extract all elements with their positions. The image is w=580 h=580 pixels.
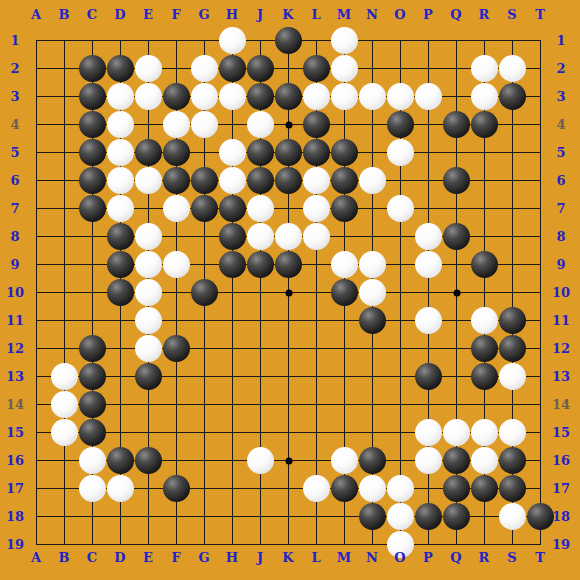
intersection-L16[interactable] <box>302 446 330 474</box>
intersection-J9[interactable] <box>246 250 274 278</box>
intersection-D13[interactable] <box>106 362 134 390</box>
intersection-J5[interactable] <box>246 138 274 166</box>
intersection-N8[interactable] <box>358 222 386 250</box>
intersection-K19[interactable] <box>274 530 302 558</box>
intersection-H19[interactable] <box>218 530 246 558</box>
intersection-B5[interactable] <box>50 138 78 166</box>
intersection-P11[interactable] <box>414 306 442 334</box>
intersection-N1[interactable] <box>358 26 386 54</box>
intersection-L3[interactable] <box>302 82 330 110</box>
intersection-O7[interactable] <box>386 194 414 222</box>
intersection-P1[interactable] <box>414 26 442 54</box>
intersection-F11[interactable] <box>162 306 190 334</box>
intersection-B11[interactable] <box>50 306 78 334</box>
intersection-F4[interactable] <box>162 110 190 138</box>
intersection-M1[interactable] <box>330 26 358 54</box>
intersection-R10[interactable] <box>470 278 498 306</box>
intersection-H12[interactable] <box>218 334 246 362</box>
intersection-R8[interactable] <box>470 222 498 250</box>
intersection-M12[interactable] <box>330 334 358 362</box>
intersection-A8[interactable] <box>22 222 50 250</box>
intersection-S9[interactable] <box>498 250 526 278</box>
intersection-O1[interactable] <box>386 26 414 54</box>
intersection-B10[interactable] <box>50 278 78 306</box>
intersection-H8[interactable] <box>218 222 246 250</box>
intersection-L6[interactable] <box>302 166 330 194</box>
intersection-O3[interactable] <box>386 82 414 110</box>
intersection-K10[interactable] <box>274 278 302 306</box>
intersection-P9[interactable] <box>414 250 442 278</box>
intersection-R1[interactable] <box>470 26 498 54</box>
intersection-T8[interactable] <box>526 222 554 250</box>
intersection-N10[interactable] <box>358 278 386 306</box>
intersection-D16[interactable] <box>106 446 134 474</box>
intersection-T13[interactable] <box>526 362 554 390</box>
intersection-G6[interactable] <box>190 166 218 194</box>
intersection-K1[interactable] <box>274 26 302 54</box>
intersection-P8[interactable] <box>414 222 442 250</box>
intersection-F14[interactable] <box>162 390 190 418</box>
intersection-S7[interactable] <box>498 194 526 222</box>
intersection-R13[interactable] <box>470 362 498 390</box>
intersection-T6[interactable] <box>526 166 554 194</box>
intersection-G12[interactable] <box>190 334 218 362</box>
intersection-D5[interactable] <box>106 138 134 166</box>
intersection-E13[interactable] <box>134 362 162 390</box>
intersection-K7[interactable] <box>274 194 302 222</box>
intersection-C2[interactable] <box>78 54 106 82</box>
intersection-J11[interactable] <box>246 306 274 334</box>
intersection-G13[interactable] <box>190 362 218 390</box>
intersection-J4[interactable] <box>246 110 274 138</box>
intersection-Q11[interactable] <box>442 306 470 334</box>
intersection-K4[interactable] <box>274 110 302 138</box>
intersection-H5[interactable] <box>218 138 246 166</box>
intersection-C4[interactable] <box>78 110 106 138</box>
intersection-Q8[interactable] <box>442 222 470 250</box>
intersection-L1[interactable] <box>302 26 330 54</box>
intersection-Q18[interactable] <box>442 502 470 530</box>
intersection-G8[interactable] <box>190 222 218 250</box>
intersection-J12[interactable] <box>246 334 274 362</box>
intersection-L10[interactable] <box>302 278 330 306</box>
intersection-S18[interactable] <box>498 502 526 530</box>
intersection-C12[interactable] <box>78 334 106 362</box>
intersection-O14[interactable] <box>386 390 414 418</box>
intersection-A5[interactable] <box>22 138 50 166</box>
intersection-K13[interactable] <box>274 362 302 390</box>
intersection-N7[interactable] <box>358 194 386 222</box>
intersection-F8[interactable] <box>162 222 190 250</box>
intersection-M4[interactable] <box>330 110 358 138</box>
intersection-S14[interactable] <box>498 390 526 418</box>
intersection-R17[interactable] <box>470 474 498 502</box>
intersection-A7[interactable] <box>22 194 50 222</box>
intersection-F10[interactable] <box>162 278 190 306</box>
intersection-L15[interactable] <box>302 418 330 446</box>
intersection-T16[interactable] <box>526 446 554 474</box>
intersection-N16[interactable] <box>358 446 386 474</box>
intersection-M16[interactable] <box>330 446 358 474</box>
intersection-Q15[interactable] <box>442 418 470 446</box>
intersection-S2[interactable] <box>498 54 526 82</box>
intersection-G14[interactable] <box>190 390 218 418</box>
intersection-E14[interactable] <box>134 390 162 418</box>
intersection-F12[interactable] <box>162 334 190 362</box>
intersection-T2[interactable] <box>526 54 554 82</box>
intersection-T19[interactable] <box>526 530 554 558</box>
intersection-J7[interactable] <box>246 194 274 222</box>
intersection-T17[interactable] <box>526 474 554 502</box>
intersection-O5[interactable] <box>386 138 414 166</box>
intersection-K18[interactable] <box>274 502 302 530</box>
intersection-M13[interactable] <box>330 362 358 390</box>
intersection-K12[interactable] <box>274 334 302 362</box>
intersection-L13[interactable] <box>302 362 330 390</box>
intersection-L19[interactable] <box>302 530 330 558</box>
intersection-G10[interactable] <box>190 278 218 306</box>
intersection-L5[interactable] <box>302 138 330 166</box>
intersection-G18[interactable] <box>190 502 218 530</box>
intersection-P6[interactable] <box>414 166 442 194</box>
intersection-E15[interactable] <box>134 418 162 446</box>
intersection-O16[interactable] <box>386 446 414 474</box>
intersection-P15[interactable] <box>414 418 442 446</box>
intersection-A11[interactable] <box>22 306 50 334</box>
intersection-R12[interactable] <box>470 334 498 362</box>
intersection-S4[interactable] <box>498 110 526 138</box>
intersection-H3[interactable] <box>218 82 246 110</box>
intersection-J6[interactable] <box>246 166 274 194</box>
intersection-P18[interactable] <box>414 502 442 530</box>
intersection-Q16[interactable] <box>442 446 470 474</box>
intersection-S10[interactable] <box>498 278 526 306</box>
intersection-M9[interactable] <box>330 250 358 278</box>
intersection-B19[interactable] <box>50 530 78 558</box>
intersection-D17[interactable] <box>106 474 134 502</box>
intersection-O17[interactable] <box>386 474 414 502</box>
intersection-T15[interactable] <box>526 418 554 446</box>
intersection-C19[interactable] <box>78 530 106 558</box>
intersection-B13[interactable] <box>50 362 78 390</box>
intersection-C17[interactable] <box>78 474 106 502</box>
intersection-O6[interactable] <box>386 166 414 194</box>
intersection-C14[interactable] <box>78 390 106 418</box>
intersection-T3[interactable] <box>526 82 554 110</box>
intersection-R15[interactable] <box>470 418 498 446</box>
intersection-P19[interactable] <box>414 530 442 558</box>
intersection-O18[interactable] <box>386 502 414 530</box>
intersection-D10[interactable] <box>106 278 134 306</box>
intersection-A6[interactable] <box>22 166 50 194</box>
intersection-K8[interactable] <box>274 222 302 250</box>
intersection-M8[interactable] <box>330 222 358 250</box>
intersection-E7[interactable] <box>134 194 162 222</box>
intersection-M10[interactable] <box>330 278 358 306</box>
intersection-M7[interactable] <box>330 194 358 222</box>
intersection-E12[interactable] <box>134 334 162 362</box>
intersection-E6[interactable] <box>134 166 162 194</box>
intersection-H17[interactable] <box>218 474 246 502</box>
intersection-G4[interactable] <box>190 110 218 138</box>
intersection-J8[interactable] <box>246 222 274 250</box>
intersection-J1[interactable] <box>246 26 274 54</box>
intersection-C6[interactable] <box>78 166 106 194</box>
intersection-M15[interactable] <box>330 418 358 446</box>
intersection-S3[interactable] <box>498 82 526 110</box>
intersection-A15[interactable] <box>22 418 50 446</box>
intersection-O13[interactable] <box>386 362 414 390</box>
intersection-E1[interactable] <box>134 26 162 54</box>
intersection-E10[interactable] <box>134 278 162 306</box>
intersection-R6[interactable] <box>470 166 498 194</box>
intersection-G17[interactable] <box>190 474 218 502</box>
intersection-F1[interactable] <box>162 26 190 54</box>
intersection-H11[interactable] <box>218 306 246 334</box>
intersection-K14[interactable] <box>274 390 302 418</box>
intersection-E5[interactable] <box>134 138 162 166</box>
intersection-B2[interactable] <box>50 54 78 82</box>
intersection-H1[interactable] <box>218 26 246 54</box>
intersection-P3[interactable] <box>414 82 442 110</box>
intersection-D6[interactable] <box>106 166 134 194</box>
intersection-R19[interactable] <box>470 530 498 558</box>
intersection-S12[interactable] <box>498 334 526 362</box>
intersection-Q6[interactable] <box>442 166 470 194</box>
intersection-D3[interactable] <box>106 82 134 110</box>
intersection-G15[interactable] <box>190 418 218 446</box>
intersection-K9[interactable] <box>274 250 302 278</box>
intersection-G16[interactable] <box>190 446 218 474</box>
intersection-N18[interactable] <box>358 502 386 530</box>
intersection-C8[interactable] <box>78 222 106 250</box>
intersection-E11[interactable] <box>134 306 162 334</box>
intersection-R2[interactable] <box>470 54 498 82</box>
intersection-K15[interactable] <box>274 418 302 446</box>
intersection-G1[interactable] <box>190 26 218 54</box>
intersection-S6[interactable] <box>498 166 526 194</box>
intersection-C10[interactable] <box>78 278 106 306</box>
intersection-C16[interactable] <box>78 446 106 474</box>
intersection-T4[interactable] <box>526 110 554 138</box>
intersection-R3[interactable] <box>470 82 498 110</box>
intersection-Q2[interactable] <box>442 54 470 82</box>
intersection-N3[interactable] <box>358 82 386 110</box>
intersection-E3[interactable] <box>134 82 162 110</box>
intersection-C3[interactable] <box>78 82 106 110</box>
intersection-E18[interactable] <box>134 502 162 530</box>
intersection-B3[interactable] <box>50 82 78 110</box>
intersection-Q1[interactable] <box>442 26 470 54</box>
intersection-J15[interactable] <box>246 418 274 446</box>
intersection-P14[interactable] <box>414 390 442 418</box>
intersection-C18[interactable] <box>78 502 106 530</box>
intersection-J14[interactable] <box>246 390 274 418</box>
intersection-P5[interactable] <box>414 138 442 166</box>
intersection-H9[interactable] <box>218 250 246 278</box>
intersection-Q3[interactable] <box>442 82 470 110</box>
intersection-H18[interactable] <box>218 502 246 530</box>
intersection-N17[interactable] <box>358 474 386 502</box>
intersection-B12[interactable] <box>50 334 78 362</box>
intersection-O2[interactable] <box>386 54 414 82</box>
intersection-A18[interactable] <box>22 502 50 530</box>
intersection-C7[interactable] <box>78 194 106 222</box>
intersection-J3[interactable] <box>246 82 274 110</box>
intersection-D7[interactable] <box>106 194 134 222</box>
intersection-A2[interactable] <box>22 54 50 82</box>
intersection-O15[interactable] <box>386 418 414 446</box>
intersection-Q4[interactable] <box>442 110 470 138</box>
intersection-N5[interactable] <box>358 138 386 166</box>
intersection-F18[interactable] <box>162 502 190 530</box>
intersection-E19[interactable] <box>134 530 162 558</box>
intersection-S11[interactable] <box>498 306 526 334</box>
intersection-N19[interactable] <box>358 530 386 558</box>
intersection-A1[interactable] <box>22 26 50 54</box>
intersection-D18[interactable] <box>106 502 134 530</box>
intersection-N12[interactable] <box>358 334 386 362</box>
intersection-G5[interactable] <box>190 138 218 166</box>
intersection-F17[interactable] <box>162 474 190 502</box>
intersection-K5[interactable] <box>274 138 302 166</box>
intersection-B14[interactable] <box>50 390 78 418</box>
intersection-B8[interactable] <box>50 222 78 250</box>
intersection-D8[interactable] <box>106 222 134 250</box>
intersection-M14[interactable] <box>330 390 358 418</box>
intersection-L2[interactable] <box>302 54 330 82</box>
intersection-A10[interactable] <box>22 278 50 306</box>
intersection-F19[interactable] <box>162 530 190 558</box>
intersection-R14[interactable] <box>470 390 498 418</box>
intersection-O12[interactable] <box>386 334 414 362</box>
intersection-F5[interactable] <box>162 138 190 166</box>
intersection-B15[interactable] <box>50 418 78 446</box>
intersection-D12[interactable] <box>106 334 134 362</box>
intersection-H10[interactable] <box>218 278 246 306</box>
intersection-P2[interactable] <box>414 54 442 82</box>
intersection-A14[interactable] <box>22 390 50 418</box>
intersection-B17[interactable] <box>50 474 78 502</box>
intersection-R18[interactable] <box>470 502 498 530</box>
intersection-P10[interactable] <box>414 278 442 306</box>
intersection-R5[interactable] <box>470 138 498 166</box>
intersection-O8[interactable] <box>386 222 414 250</box>
intersection-D9[interactable] <box>106 250 134 278</box>
intersection-F9[interactable] <box>162 250 190 278</box>
intersection-P4[interactable] <box>414 110 442 138</box>
intersection-Q12[interactable] <box>442 334 470 362</box>
intersection-L17[interactable] <box>302 474 330 502</box>
intersection-O11[interactable] <box>386 306 414 334</box>
intersection-A16[interactable] <box>22 446 50 474</box>
intersection-O19[interactable] <box>386 530 414 558</box>
intersection-L11[interactable] <box>302 306 330 334</box>
intersection-F3[interactable] <box>162 82 190 110</box>
intersection-A17[interactable] <box>22 474 50 502</box>
intersection-C9[interactable] <box>78 250 106 278</box>
intersection-N13[interactable] <box>358 362 386 390</box>
intersection-Q19[interactable] <box>442 530 470 558</box>
intersection-P16[interactable] <box>414 446 442 474</box>
intersection-A13[interactable] <box>22 362 50 390</box>
intersection-G7[interactable] <box>190 194 218 222</box>
intersection-N9[interactable] <box>358 250 386 278</box>
intersection-E2[interactable] <box>134 54 162 82</box>
intersection-P12[interactable] <box>414 334 442 362</box>
intersection-R7[interactable] <box>470 194 498 222</box>
intersection-H14[interactable] <box>218 390 246 418</box>
intersection-G11[interactable] <box>190 306 218 334</box>
intersection-H13[interactable] <box>218 362 246 390</box>
intersection-S17[interactable] <box>498 474 526 502</box>
intersection-H16[interactable] <box>218 446 246 474</box>
intersection-D4[interactable] <box>106 110 134 138</box>
intersection-T11[interactable] <box>526 306 554 334</box>
intersection-A4[interactable] <box>22 110 50 138</box>
intersection-S16[interactable] <box>498 446 526 474</box>
intersection-B4[interactable] <box>50 110 78 138</box>
intersection-L9[interactable] <box>302 250 330 278</box>
intersection-P13[interactable] <box>414 362 442 390</box>
intersection-J18[interactable] <box>246 502 274 530</box>
intersection-R9[interactable] <box>470 250 498 278</box>
intersection-P17[interactable] <box>414 474 442 502</box>
intersection-D15[interactable] <box>106 418 134 446</box>
intersection-M17[interactable] <box>330 474 358 502</box>
intersection-A12[interactable] <box>22 334 50 362</box>
intersection-D19[interactable] <box>106 530 134 558</box>
intersection-N15[interactable] <box>358 418 386 446</box>
intersection-O10[interactable] <box>386 278 414 306</box>
intersection-H6[interactable] <box>218 166 246 194</box>
intersection-B1[interactable] <box>50 26 78 54</box>
intersection-K6[interactable] <box>274 166 302 194</box>
intersection-N4[interactable] <box>358 110 386 138</box>
intersection-B18[interactable] <box>50 502 78 530</box>
intersection-Q7[interactable] <box>442 194 470 222</box>
intersection-G2[interactable] <box>190 54 218 82</box>
intersection-M2[interactable] <box>330 54 358 82</box>
intersection-R11[interactable] <box>470 306 498 334</box>
intersection-E16[interactable] <box>134 446 162 474</box>
intersection-B9[interactable] <box>50 250 78 278</box>
intersection-L12[interactable] <box>302 334 330 362</box>
intersection-M6[interactable] <box>330 166 358 194</box>
intersection-S15[interactable] <box>498 418 526 446</box>
intersection-R16[interactable] <box>470 446 498 474</box>
intersection-J10[interactable] <box>246 278 274 306</box>
intersection-G19[interactable] <box>190 530 218 558</box>
intersection-H2[interactable] <box>218 54 246 82</box>
intersection-Q5[interactable] <box>442 138 470 166</box>
intersection-D1[interactable] <box>106 26 134 54</box>
intersection-S19[interactable] <box>498 530 526 558</box>
intersection-Q13[interactable] <box>442 362 470 390</box>
intersection-L18[interactable] <box>302 502 330 530</box>
intersection-T12[interactable] <box>526 334 554 362</box>
intersection-M11[interactable] <box>330 306 358 334</box>
intersection-T10[interactable] <box>526 278 554 306</box>
intersection-O4[interactable] <box>386 110 414 138</box>
intersection-K11[interactable] <box>274 306 302 334</box>
intersection-P7[interactable] <box>414 194 442 222</box>
intersection-D14[interactable] <box>106 390 134 418</box>
intersection-M5[interactable] <box>330 138 358 166</box>
intersection-N11[interactable] <box>358 306 386 334</box>
intersection-J17[interactable] <box>246 474 274 502</box>
intersection-Q14[interactable] <box>442 390 470 418</box>
